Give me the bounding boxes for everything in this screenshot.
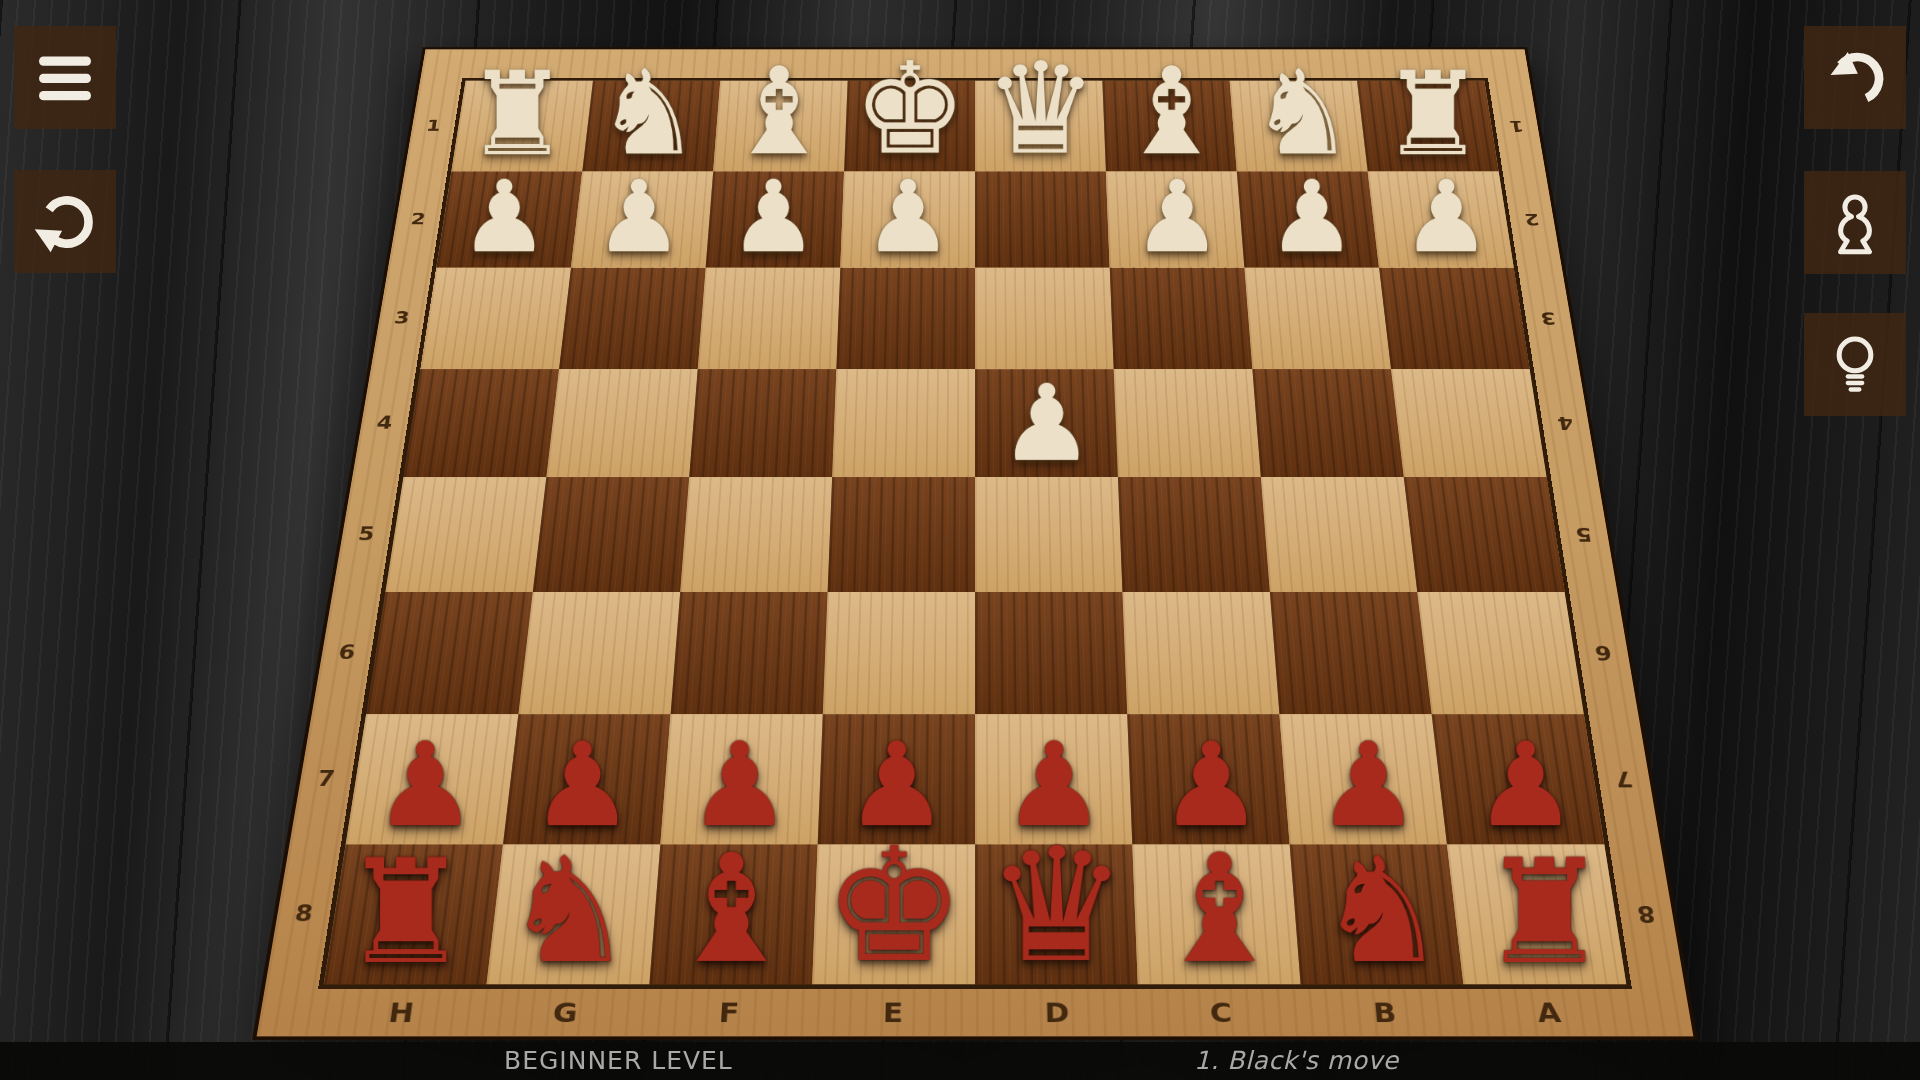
- square-c1[interactable]: ♝: [1102, 81, 1236, 172]
- white-pawn-d4[interactable]: ♟: [999, 374, 1094, 474]
- red-pawn-g7[interactable]: ♟: [530, 731, 634, 841]
- rank-label-left-8: 8: [293, 901, 315, 926]
- square-h5[interactable]: [385, 477, 546, 592]
- square-e2[interactable]: ♟: [840, 171, 975, 267]
- white-king-e1[interactable]: ♚: [853, 49, 967, 170]
- undo-arrow-icon: [1819, 42, 1891, 114]
- square-d4[interactable]: ♟: [975, 369, 1118, 477]
- square-a3[interactable]: [1379, 268, 1530, 370]
- square-f2[interactable]: ♟: [706, 171, 844, 267]
- red-rook-h8[interactable]: ♜: [341, 844, 470, 981]
- square-g5[interactable]: [533, 477, 689, 592]
- square-c4[interactable]: [1114, 369, 1261, 477]
- square-g4[interactable]: [546, 369, 697, 477]
- white-pawn-e2[interactable]: ♟: [863, 171, 952, 266]
- file-label-c: C: [1209, 997, 1233, 1028]
- square-b2[interactable]: ♟: [1237, 171, 1379, 267]
- square-h4[interactable]: [403, 369, 559, 477]
- square-d3[interactable]: [975, 268, 1114, 370]
- square-h6[interactable]: [366, 592, 533, 714]
- square-c5[interactable]: [1118, 477, 1270, 592]
- square-a2[interactable]: ♟: [1368, 171, 1514, 267]
- lightbulb-icon: [1819, 329, 1891, 401]
- square-h8[interactable]: ♜: [324, 845, 503, 985]
- square-f6[interactable]: [671, 592, 828, 714]
- move-indicator: 1. Black's move: [1194, 1042, 1399, 1080]
- red-king-e8[interactable]: ♚: [823, 831, 964, 981]
- rank-label-left-5: 5: [357, 523, 376, 544]
- red-pawn-h7[interactable]: ♟: [373, 731, 477, 841]
- red-bishop-c8[interactable]: ♝: [1152, 838, 1286, 980]
- square-d1[interactable]: ♛: [975, 81, 1106, 172]
- white-knight-g1[interactable]: ♞: [595, 58, 700, 169]
- square-f5[interactable]: [680, 477, 832, 592]
- square-g1[interactable]: ♞: [582, 81, 720, 172]
- rank-label-left-3: 3: [393, 308, 411, 326]
- white-bishop-c1[interactable]: ♝: [1117, 55, 1225, 169]
- square-e8[interactable]: ♚: [812, 845, 975, 985]
- square-f8[interactable]: ♝: [649, 845, 817, 985]
- square-h3[interactable]: [420, 268, 571, 370]
- square-b3[interactable]: [1244, 268, 1391, 370]
- square-g8[interactable]: ♞: [487, 845, 661, 985]
- white-knight-b1[interactable]: ♞: [1249, 58, 1354, 169]
- red-queen-d8[interactable]: ♛: [986, 831, 1127, 981]
- rotate-arrow-icon: [29, 186, 101, 258]
- board-scene: ♜♞♝♚♛♝♞♜♟♟♟♟♟♟♟♟♟♟♟♟♟♟♟♟♜♞♝♚♛♝♞♜ HGFEDCB…: [252, 0, 1698, 1040]
- white-pawn-g2[interactable]: ♟: [594, 171, 683, 266]
- square-h2[interactable]: ♟: [436, 171, 582, 267]
- red-knight-g8[interactable]: ♞: [503, 842, 634, 981]
- square-g2[interactable]: ♟: [571, 171, 713, 267]
- square-g3[interactable]: [559, 268, 706, 370]
- red-knight-b8[interactable]: ♞: [1316, 842, 1447, 981]
- rank-label-left-4: 4: [375, 413, 394, 433]
- square-d2[interactable]: [975, 171, 1110, 267]
- hint-button[interactable]: [1804, 313, 1906, 416]
- square-e4[interactable]: [832, 369, 975, 477]
- file-label-d: D: [1044, 997, 1069, 1028]
- rank-label-left-1: 1: [425, 117, 442, 134]
- chess-board: ♜♞♝♚♛♝♞♜♟♟♟♟♟♟♟♟♟♟♟♟♟♟♟♟♜♞♝♚♛♝♞♜ HGFEDCB…: [252, 47, 1698, 1040]
- rank-label-right-4: 4: [1556, 413, 1575, 433]
- square-b5[interactable]: [1261, 477, 1417, 592]
- undo-button[interactable]: [1804, 26, 1906, 129]
- red-bishop-f8[interactable]: ♝: [664, 838, 798, 980]
- piece-set-button[interactable]: [1804, 171, 1906, 274]
- rank-label-right-2: 2: [1523, 210, 1540, 227]
- square-c6[interactable]: [1122, 592, 1279, 714]
- square-a1[interactable]: ♜: [1357, 81, 1499, 172]
- square-b1[interactable]: ♞: [1230, 81, 1368, 172]
- rank-label-right-7: 7: [1614, 766, 1635, 790]
- square-h7[interactable]: ♟: [346, 714, 519, 844]
- square-d5[interactable]: [975, 477, 1122, 592]
- square-b4[interactable]: [1252, 369, 1403, 477]
- rank-label-right-8: 8: [1635, 901, 1657, 926]
- square-c3[interactable]: [1110, 268, 1253, 370]
- square-h1[interactable]: ♜: [451, 81, 593, 172]
- file-labels: HGFEDCBA: [316, 989, 1635, 1037]
- file-label-h: H: [387, 997, 416, 1028]
- square-a5[interactable]: [1404, 477, 1565, 592]
- white-rook-a1[interactable]: ♜: [1381, 59, 1485, 169]
- white-pawn-c2[interactable]: ♟: [1132, 171, 1221, 266]
- file-label-e: E: [883, 997, 904, 1028]
- square-b8[interactable]: ♞: [1290, 845, 1464, 985]
- square-e6[interactable]: [823, 592, 975, 714]
- square-b6[interactable]: [1270, 592, 1432, 714]
- rank-label-left-7: 7: [316, 766, 337, 790]
- file-label-g: G: [551, 997, 579, 1028]
- white-pawn-h2[interactable]: ♟: [459, 171, 548, 266]
- white-rook-h1[interactable]: ♜: [465, 59, 569, 169]
- rank-label-right-3: 3: [1539, 308, 1557, 326]
- hamburger-icon: [29, 42, 101, 114]
- rank-label-right-1: 1: [1508, 117, 1525, 134]
- white-pawn-f2[interactable]: ♟: [729, 171, 818, 266]
- red-rook-a8[interactable]: ♜: [1480, 844, 1609, 981]
- white-queen-d1[interactable]: ♛: [984, 49, 1098, 170]
- pawn-icon: [1819, 187, 1891, 259]
- square-a8[interactable]: ♜: [1447, 845, 1626, 985]
- rank-label-right-5: 5: [1574, 523, 1593, 544]
- square-f3[interactable]: [698, 268, 841, 370]
- rank-label-right-6: 6: [1593, 641, 1613, 663]
- square-a7[interactable]: ♟: [1432, 714, 1605, 844]
- square-e3[interactable]: [836, 268, 975, 370]
- white-pawn-a2[interactable]: ♟: [1401, 171, 1490, 266]
- rank-label-left-6: 6: [337, 641, 357, 663]
- square-f4[interactable]: [689, 369, 836, 477]
- square-c8[interactable]: ♝: [1132, 845, 1300, 985]
- square-a6[interactable]: [1417, 592, 1584, 714]
- square-a4[interactable]: [1391, 369, 1547, 477]
- square-g6[interactable]: [518, 592, 680, 714]
- rank-label-left-2: 2: [409, 210, 426, 227]
- menu-button[interactable]: [14, 26, 116, 129]
- rotate-board-button[interactable]: [14, 170, 116, 273]
- file-label-a: A: [1535, 997, 1562, 1028]
- status-bar: BEGINNER LEVEL 1. Black's move: [0, 1042, 1920, 1080]
- file-label-f: F: [718, 997, 740, 1028]
- white-bishop-f1[interactable]: ♝: [725, 55, 833, 169]
- red-pawn-a7[interactable]: ♟: [1473, 731, 1577, 841]
- play-area: ♜♞♝♚♛♝♞♜♟♟♟♟♟♟♟♟♟♟♟♟♟♟♟♟♜♞♝♚♛♝♞♜: [318, 78, 1632, 989]
- red-pawn-b7[interactable]: ♟: [1316, 731, 1420, 841]
- level-label: BEGINNER LEVEL: [504, 1042, 733, 1080]
- file-label-b: B: [1372, 997, 1398, 1028]
- square-d6[interactable]: [975, 592, 1127, 714]
- square-d8[interactable]: ♛: [975, 845, 1138, 985]
- square-e5[interactable]: [828, 477, 975, 592]
- square-c2[interactable]: ♟: [1106, 171, 1244, 267]
- square-f1[interactable]: ♝: [713, 81, 847, 172]
- square-e1[interactable]: ♚: [844, 81, 975, 172]
- white-pawn-b2[interactable]: ♟: [1267, 171, 1356, 266]
